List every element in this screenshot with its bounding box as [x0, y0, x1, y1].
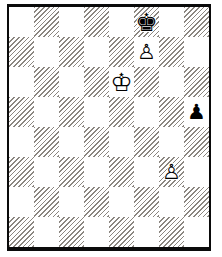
square-g4 [159, 127, 184, 157]
square-g1 [159, 217, 184, 247]
square-e1 [109, 217, 134, 247]
piece-white-pawn-f7: ♟♙ [137, 42, 156, 63]
square-e8 [109, 7, 134, 37]
square-a5 [9, 97, 34, 127]
square-b6 [34, 67, 59, 97]
piece-black-pawn-h5: ♟♟ [187, 102, 206, 123]
square-a1 [9, 217, 34, 247]
diagram-page: ♚♚♟♙♚♔♟♟♟♙ [0, 0, 222, 257]
square-b4 [34, 127, 59, 157]
square-f1 [134, 217, 159, 247]
square-c3 [59, 157, 84, 187]
square-f3 [134, 157, 159, 187]
square-h1 [184, 217, 209, 247]
piece-glyph: ♙ [162, 162, 181, 183]
square-g2 [159, 187, 184, 217]
square-e7 [109, 37, 134, 67]
square-f4 [134, 127, 159, 157]
square-d2 [84, 187, 109, 217]
square-d6 [84, 67, 109, 97]
square-a6 [9, 67, 34, 97]
piece-glyph: ♔ [110, 70, 132, 95]
square-c8 [59, 7, 84, 37]
square-h8 [184, 7, 209, 37]
square-a3 [9, 157, 34, 187]
chess-board: ♚♚♟♙♚♔♟♟♟♙ [9, 7, 209, 247]
square-g5 [159, 97, 184, 127]
square-b2 [34, 187, 59, 217]
square-c7 [59, 37, 84, 67]
square-h2 [184, 187, 209, 217]
square-g3: ♟♙ [159, 157, 184, 187]
square-d5 [84, 97, 109, 127]
square-a8 [9, 7, 34, 37]
piece-black-king-f8: ♚♚ [135, 10, 157, 35]
square-f8: ♚♚ [134, 7, 159, 37]
square-c5 [59, 97, 84, 127]
square-f5 [134, 97, 159, 127]
square-c2 [59, 187, 84, 217]
piece-white-king-e6: ♚♔ [110, 70, 132, 95]
square-b8 [34, 7, 59, 37]
square-e6: ♚♔ [109, 67, 134, 97]
square-f2 [134, 187, 159, 217]
square-d7 [84, 37, 109, 67]
square-a2 [9, 187, 34, 217]
square-e4 [109, 127, 134, 157]
piece-glyph: ♟ [187, 102, 206, 123]
square-g6 [159, 67, 184, 97]
square-h4 [184, 127, 209, 157]
square-d3 [84, 157, 109, 187]
piece-glyph: ♙ [137, 42, 156, 63]
square-h7 [184, 37, 209, 67]
square-g8 [159, 7, 184, 37]
square-d4 [84, 127, 109, 157]
square-e3 [109, 157, 134, 187]
chess-board-frame: ♚♚♟♙♚♔♟♟♟♙ [7, 4, 211, 251]
square-h3 [184, 157, 209, 187]
square-h6 [184, 67, 209, 97]
square-e2 [109, 187, 134, 217]
square-e5 [109, 97, 134, 127]
square-b1 [34, 217, 59, 247]
square-c4 [59, 127, 84, 157]
square-a7 [9, 37, 34, 67]
square-c6 [59, 67, 84, 97]
square-d8 [84, 7, 109, 37]
square-c1 [59, 217, 84, 247]
square-a4 [9, 127, 34, 157]
square-f6 [134, 67, 159, 97]
piece-white-pawn-g3: ♟♙ [162, 162, 181, 183]
square-b5 [34, 97, 59, 127]
square-d1 [84, 217, 109, 247]
square-h5: ♟♟ [184, 97, 209, 127]
square-b3 [34, 157, 59, 187]
square-f7: ♟♙ [134, 37, 159, 67]
square-b7 [34, 37, 59, 67]
piece-glyph: ♚ [135, 10, 157, 35]
square-g7 [159, 37, 184, 67]
